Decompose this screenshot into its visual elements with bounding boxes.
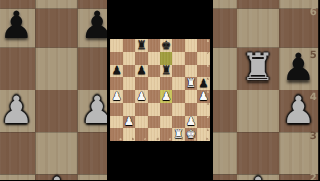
bg-rank-label-5: 5 <box>310 50 317 60</box>
square-d7[interactable] <box>148 52 160 65</box>
square-f4[interactable] <box>172 90 184 103</box>
square-c3[interactable] <box>135 103 147 116</box>
square-g4[interactable] <box>185 90 197 103</box>
rank-label-2: 2 <box>207 116 209 119</box>
square-e2[interactable] <box>160 116 172 129</box>
black-rook[interactable]: ♜ <box>160 65 172 78</box>
square-c4[interactable]: ♟ <box>135 90 147 103</box>
file-label-h: h <box>206 138 208 141</box>
bg-rank-label-4: 4 <box>310 92 317 102</box>
square-f7[interactable] <box>172 52 184 65</box>
bg-black-pawn: ♟ <box>0 7 37 48</box>
bg-rank-label-2: 2 <box>310 175 317 181</box>
chess-board[interactable]: ♜♚♟♟♜♜♟♟♟♟♟♟♟♜♚87654321abcdefgh <box>110 39 209 141</box>
square-d6[interactable] <box>148 65 160 78</box>
square-f5[interactable] <box>172 77 184 90</box>
square-e4[interactable]: ♟ <box>160 90 172 103</box>
square-c2[interactable] <box>135 116 147 129</box>
square-a3[interactable] <box>110 103 122 116</box>
square-b5[interactable] <box>123 77 135 90</box>
file-label-e: e <box>169 138 171 141</box>
square-a6[interactable]: ♟ <box>110 65 122 78</box>
square-g7[interactable] <box>185 52 197 65</box>
bg-square-b5 <box>37 49 77 90</box>
square-a2[interactable] <box>110 116 122 129</box>
black-king[interactable]: ♚ <box>160 39 172 52</box>
square-b2[interactable]: ♟ <box>123 116 135 129</box>
square-e3[interactable] <box>160 103 172 116</box>
bg-square-a5 <box>0 49 37 90</box>
square-f3[interactable] <box>172 103 184 116</box>
file-label-f: f <box>181 138 182 141</box>
square-b6[interactable] <box>123 65 135 78</box>
square-g5[interactable]: ♜ <box>185 77 197 90</box>
square-d8[interactable] <box>148 39 160 52</box>
bg-white-pawn: ♟ <box>238 173 278 180</box>
white-pawn[interactable]: ♟ <box>160 90 172 103</box>
white-pawn[interactable]: ♟ <box>110 90 122 103</box>
bg-square-b2: ♟ <box>37 173 77 180</box>
bg-square-g5: ♜ <box>238 49 278 90</box>
black-pawn[interactable]: ♟ <box>110 65 122 78</box>
bg-square-b7 <box>37 0 77 7</box>
bg-square-b6 <box>37 7 77 48</box>
black-pawn[interactable]: ♟ <box>135 65 147 78</box>
rank-label-8: 8 <box>207 40 209 43</box>
letterbox: ♜♚♟♟♜♜♟♟♟♟♟♟♟♜♚87654321abcdefgh <box>107 0 213 180</box>
bg-white-pawn: ♟ <box>0 90 37 131</box>
white-pawn[interactable]: ♟ <box>135 90 147 103</box>
bg-square-a6: ♟ <box>0 7 37 48</box>
square-c8[interactable]: ♜ <box>135 39 147 52</box>
square-a8[interactable] <box>110 39 122 52</box>
file-label-g: g <box>194 138 196 141</box>
bg-square-g6 <box>238 7 278 48</box>
square-g8[interactable] <box>185 39 197 52</box>
file-label-b: b <box>132 138 134 141</box>
square-f6[interactable] <box>172 65 184 78</box>
square-b4[interactable] <box>123 90 135 103</box>
rank-label-4: 4 <box>207 91 209 94</box>
file-label-c: c <box>144 138 146 141</box>
square-f8[interactable] <box>172 39 184 52</box>
square-d4[interactable] <box>148 90 160 103</box>
square-e8[interactable]: ♚ <box>160 39 172 52</box>
rank-label-5: 5 <box>207 78 209 81</box>
square-c6[interactable]: ♟ <box>135 65 147 78</box>
rank-label-3: 3 <box>207 103 209 106</box>
square-b8[interactable] <box>123 39 135 52</box>
bg-square-g3 <box>238 131 278 172</box>
bg-rank-label-3: 3 <box>310 133 317 143</box>
square-e6[interactable]: ♜ <box>160 65 172 78</box>
file-label-d: d <box>157 138 159 141</box>
bg-square-a3 <box>0 131 37 172</box>
white-rook[interactable]: ♜ <box>185 77 197 90</box>
bg-square-b3 <box>37 131 77 172</box>
bg-square-g7 <box>238 0 278 7</box>
black-rook[interactable]: ♜ <box>135 39 147 52</box>
square-a4[interactable]: ♟ <box>110 90 122 103</box>
bg-square-g4 <box>238 90 278 131</box>
square-d2[interactable] <box>148 116 160 129</box>
white-pawn[interactable]: ♟ <box>123 116 135 129</box>
rank-label-6: 6 <box>207 65 209 68</box>
square-d3[interactable] <box>148 103 160 116</box>
bg-square-b4 <box>37 90 77 131</box>
bg-square-a4: ♟ <box>0 90 37 131</box>
rank-label-1: 1 <box>207 129 209 132</box>
square-d5[interactable] <box>148 77 160 90</box>
rank-label-7: 7 <box>207 52 209 55</box>
video-frame: ♜♚♟♟♜♜♟♟♟♟♟♟♟♜♚87654321abcdefgh ♜♚♟♟♜♜♟♟… <box>0 0 320 180</box>
bg-square-a2 <box>0 173 37 180</box>
file-label-a: a <box>119 138 121 141</box>
square-b7[interactable] <box>123 52 135 65</box>
bg-white-rook: ♜ <box>238 49 278 90</box>
bg-white-pawn: ♟ <box>37 173 77 180</box>
bg-square-g2: ♟ <box>238 173 278 180</box>
bg-rank-label-6: 6 <box>310 9 317 19</box>
